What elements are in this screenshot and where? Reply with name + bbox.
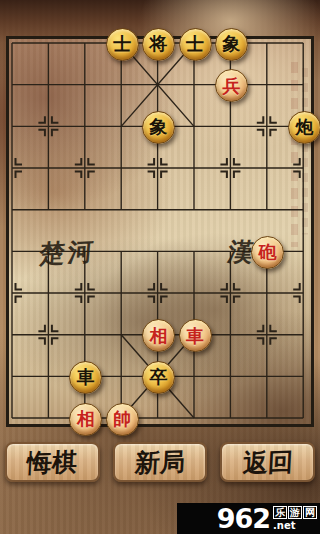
xiangqi-board[interactable]: 楚河 漢界 士将士象兵象炮砲相車車卒相帥 (6, 36, 314, 427)
river-label-left: 楚河 (38, 235, 97, 271)
watermark-suffix: .net (273, 520, 317, 531)
piece-black-cannon[interactable]: 炮 (288, 111, 320, 144)
piece-black-elephant[interactable]: 象 (142, 111, 175, 144)
piece-red-elephant[interactable]: 相 (69, 403, 102, 436)
watermark-number: 962 (217, 504, 270, 534)
piece-red-chariot[interactable]: 車 (179, 319, 212, 352)
piece-red-cannon[interactable]: 砲 (251, 236, 284, 269)
piece-black-elephant[interactable]: 象 (215, 28, 248, 61)
piece-red-general[interactable]: 帥 (106, 403, 139, 436)
new-game-button[interactable]: 新局 (113, 442, 208, 482)
piece-black-soldier[interactable]: 卒 (142, 361, 175, 394)
watermark: 962 乐游网 .net (177, 503, 320, 534)
piece-black-general[interactable]: 将 (142, 28, 175, 61)
watermark-site: 乐游网 (273, 506, 317, 519)
piece-red-soldier[interactable]: 兵 (215, 69, 248, 102)
game-screen: 楚河 漢界 士将士象兵象炮砲相車車卒相帥 悔棋 新局 返回 962 乐游网 .n… (0, 0, 320, 534)
undo-button[interactable]: 悔棋 (5, 442, 100, 482)
back-button[interactable]: 返回 (220, 442, 315, 482)
button-row: 悔棋 新局 返回 (0, 442, 320, 482)
piece-black-advisor[interactable]: 士 (179, 28, 212, 61)
piece-black-chariot[interactable]: 車 (69, 361, 102, 394)
piece-black-advisor[interactable]: 士 (106, 28, 139, 61)
